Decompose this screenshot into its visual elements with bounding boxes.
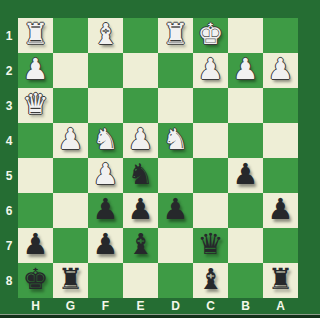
black-queen-icon: ♛: [198, 230, 224, 259]
black-bishop-icon: ♝: [128, 230, 154, 259]
square-f5[interactable]: ♟: [88, 158, 123, 193]
square-c4[interactable]: [193, 123, 228, 158]
black-pawn-icon: ♟: [233, 160, 259, 189]
square-d2[interactable]: [158, 53, 193, 88]
square-g4[interactable]: ♟: [53, 123, 88, 158]
white-queen-icon: ♛: [23, 90, 49, 119]
square-c3[interactable]: [193, 88, 228, 123]
black-knight-icon: ♞: [128, 160, 154, 189]
square-f7[interactable]: ♟: [88, 228, 123, 263]
black-bishop-icon: ♝: [198, 265, 224, 294]
bottom-border-line: [0, 314, 320, 318]
black-pawn-icon: ♟: [163, 195, 189, 224]
square-g3[interactable]: [53, 88, 88, 123]
square-b5[interactable]: ♟: [228, 158, 263, 193]
square-g8[interactable]: ♜: [53, 263, 88, 298]
square-a7[interactable]: [263, 228, 298, 263]
file-label-h: H: [18, 298, 53, 314]
black-pawn-icon: ♟: [93, 230, 119, 259]
white-king-icon: ♚: [198, 20, 224, 49]
square-d5[interactable]: [158, 158, 193, 193]
rank-label-5: 5: [0, 158, 18, 193]
white-rook-icon: ♜: [23, 20, 49, 49]
file-label-d: D: [158, 298, 193, 314]
square-g5[interactable]: [53, 158, 88, 193]
square-c8[interactable]: ♝: [193, 263, 228, 298]
rank-label-6: 6: [0, 193, 18, 228]
square-b2[interactable]: ♟: [228, 53, 263, 88]
square-d6[interactable]: ♟: [158, 193, 193, 228]
square-h4[interactable]: [18, 123, 53, 158]
square-e1[interactable]: [123, 18, 158, 53]
file-label-g: G: [53, 298, 88, 314]
square-h5[interactable]: [18, 158, 53, 193]
rank-label-7: 7: [0, 228, 18, 263]
square-e5[interactable]: ♞: [123, 158, 158, 193]
square-d8[interactable]: [158, 263, 193, 298]
black-pawn-icon: ♟: [128, 195, 154, 224]
square-c6[interactable]: [193, 193, 228, 228]
square-g1[interactable]: [53, 18, 88, 53]
square-h8[interactable]: ♚: [18, 263, 53, 298]
file-label-b: B: [228, 298, 263, 314]
rank-labels: 12345678: [0, 18, 18, 298]
square-e4[interactable]: ♟: [123, 123, 158, 158]
white-pawn-icon: ♟: [268, 55, 294, 84]
square-b3[interactable]: [228, 88, 263, 123]
rank-label-3: 3: [0, 88, 18, 123]
square-a6[interactable]: ♟: [263, 193, 298, 228]
white-knight-icon: ♞: [163, 125, 189, 154]
square-d4[interactable]: ♞: [158, 123, 193, 158]
file-label-f: F: [88, 298, 123, 314]
square-f3[interactable]: [88, 88, 123, 123]
square-e8[interactable]: [123, 263, 158, 298]
square-a3[interactable]: [263, 88, 298, 123]
square-h2[interactable]: ♟: [18, 53, 53, 88]
white-pawn-icon: ♟: [23, 55, 49, 84]
square-f2[interactable]: [88, 53, 123, 88]
square-e3[interactable]: [123, 88, 158, 123]
black-rook-icon: ♜: [58, 265, 84, 294]
black-king-icon: ♚: [23, 265, 49, 294]
square-g6[interactable]: [53, 193, 88, 228]
white-pawn-icon: ♟: [233, 55, 259, 84]
white-rook-icon: ♜: [163, 20, 189, 49]
chessboard-frame: 12345678 ♜♝♜♚♟♟♟♟♛♟♞♟♞♟♞♟♟♟♟♟♟♟♝♛♚♜♝♜ HG…: [0, 0, 320, 318]
square-a4[interactable]: [263, 123, 298, 158]
square-c5[interactable]: [193, 158, 228, 193]
square-b7[interactable]: [228, 228, 263, 263]
chess-board: ♜♝♜♚♟♟♟♟♛♟♞♟♞♟♞♟♟♟♟♟♟♟♝♛♚♜♝♜: [18, 18, 298, 298]
square-b4[interactable]: [228, 123, 263, 158]
rank-label-4: 4: [0, 123, 18, 158]
black-pawn-icon: ♟: [93, 195, 119, 224]
square-g7[interactable]: [53, 228, 88, 263]
square-h6[interactable]: [18, 193, 53, 228]
white-bishop-icon: ♝: [93, 20, 119, 49]
white-pawn-icon: ♟: [128, 125, 154, 154]
square-d3[interactable]: [158, 88, 193, 123]
white-pawn-icon: ♟: [93, 160, 119, 189]
square-a1[interactable]: [263, 18, 298, 53]
black-rook-icon: ♜: [268, 265, 294, 294]
white-pawn-icon: ♟: [58, 125, 84, 154]
rank-label-1: 1: [0, 18, 18, 53]
square-d1[interactable]: ♜: [158, 18, 193, 53]
rank-label-2: 2: [0, 53, 18, 88]
file-label-a: A: [263, 298, 298, 314]
black-pawn-icon: ♟: [23, 230, 49, 259]
white-knight-icon: ♞: [93, 125, 119, 154]
square-c2[interactable]: ♟: [193, 53, 228, 88]
square-c7[interactable]: ♛: [193, 228, 228, 263]
square-a8[interactable]: ♜: [263, 263, 298, 298]
square-f1[interactable]: ♝: [88, 18, 123, 53]
black-pawn-icon: ♟: [268, 195, 294, 224]
white-pawn-icon: ♟: [198, 55, 224, 84]
file-labels: HGFEDCBA: [18, 298, 298, 314]
square-a2[interactable]: ♟: [263, 53, 298, 88]
file-label-e: E: [123, 298, 158, 314]
file-label-c: C: [193, 298, 228, 314]
square-h7[interactable]: ♟: [18, 228, 53, 263]
square-b1[interactable]: [228, 18, 263, 53]
square-e6[interactable]: ♟: [123, 193, 158, 228]
square-c1[interactable]: ♚: [193, 18, 228, 53]
square-g2[interactable]: [53, 53, 88, 88]
square-f8[interactable]: [88, 263, 123, 298]
square-f6[interactable]: ♟: [88, 193, 123, 228]
square-b6[interactable]: [228, 193, 263, 228]
square-a5[interactable]: [263, 158, 298, 193]
square-e7[interactable]: ♝: [123, 228, 158, 263]
rank-label-8: 8: [0, 263, 18, 298]
square-h3[interactable]: ♛: [18, 88, 53, 123]
square-e2[interactable]: [123, 53, 158, 88]
square-h1[interactable]: ♜: [18, 18, 53, 53]
square-d7[interactable]: [158, 228, 193, 263]
square-b8[interactable]: [228, 263, 263, 298]
square-f4[interactable]: ♞: [88, 123, 123, 158]
